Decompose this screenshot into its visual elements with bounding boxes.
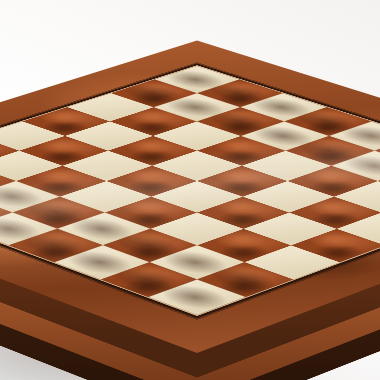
- chess-set-photo: ♜♞♝♛♚♝♞♜♟♟♟♟♟♟♟♟♟♟♟♟♟♟♟♟♜♞♝♛♚♝♞♜: [0, 0, 380, 380]
- pawn-glyph: ♟: [347, 72, 380, 159]
- rook-glyph: ♜: [160, 170, 234, 288]
- perspective-viewport: ♜♞♝♛♚♝♞♜♟♟♟♟♟♟♟♟♟♟♟♟♟♟♟♟♜♞♝♛♚♝♞♜: [0, 0, 380, 380]
